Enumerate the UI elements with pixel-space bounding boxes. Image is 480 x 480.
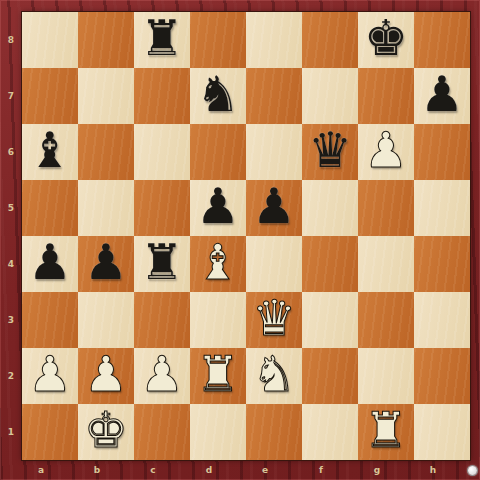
square-c6[interactable] bbox=[134, 124, 190, 180]
white-rook-d2[interactable]: ♜ bbox=[196, 347, 240, 403]
white-pawn-b2[interactable]: ♟ bbox=[84, 347, 128, 403]
square-a6[interactable]: ♝ bbox=[22, 124, 78, 180]
rank-label-6: 6 bbox=[0, 124, 22, 180]
white-pawn-g6[interactable]: ♟ bbox=[364, 123, 408, 179]
square-b6[interactable] bbox=[78, 124, 134, 180]
square-c8[interactable]: ♜ bbox=[134, 12, 190, 68]
square-b8[interactable] bbox=[78, 12, 134, 68]
square-d4[interactable]: ♝ bbox=[190, 236, 246, 292]
white-bishop-d4[interactable]: ♝ bbox=[196, 235, 240, 291]
square-b4[interactable]: ♟ bbox=[78, 236, 134, 292]
square-e1[interactable] bbox=[246, 404, 302, 460]
black-rook-c8[interactable]: ♜ bbox=[140, 11, 184, 67]
square-e2[interactable]: ♞ bbox=[246, 348, 302, 404]
white-queen-e3[interactable]: ♛ bbox=[252, 291, 296, 347]
square-g8[interactable]: ♚ bbox=[358, 12, 414, 68]
square-f3[interactable] bbox=[302, 292, 358, 348]
square-f2[interactable] bbox=[302, 348, 358, 404]
square-e7[interactable] bbox=[246, 68, 302, 124]
rank-label-3: 3 bbox=[0, 292, 22, 348]
rank-label-5: 5 bbox=[0, 180, 22, 236]
square-g7[interactable] bbox=[358, 68, 414, 124]
square-g2[interactable] bbox=[358, 348, 414, 404]
square-b7[interactable] bbox=[78, 68, 134, 124]
black-pawn-h7[interactable]: ♟ bbox=[420, 67, 464, 123]
black-bishop-a6[interactable]: ♝ bbox=[28, 123, 72, 179]
square-g1[interactable]: ♜ bbox=[358, 404, 414, 460]
square-h6[interactable] bbox=[414, 124, 470, 180]
square-f4[interactable] bbox=[302, 236, 358, 292]
square-h7[interactable]: ♟ bbox=[414, 68, 470, 124]
square-c2[interactable]: ♟ bbox=[134, 348, 190, 404]
black-knight-d7[interactable]: ♞ bbox=[196, 67, 240, 123]
square-c7[interactable] bbox=[134, 68, 190, 124]
square-g5[interactable] bbox=[358, 180, 414, 236]
file-label-b: b bbox=[78, 460, 134, 480]
square-c5[interactable] bbox=[134, 180, 190, 236]
square-c4[interactable]: ♜ bbox=[134, 236, 190, 292]
black-queen-f6[interactable]: ♛ bbox=[308, 123, 352, 179]
chess-board-app: 87654321 ♜♚♞♟♝♛♟♟♟♟♟♜♝♛♟♟♟♜♞♚♜ abcdefgh bbox=[0, 0, 480, 480]
square-h1[interactable] bbox=[414, 404, 470, 460]
black-pawn-d5[interactable]: ♟ bbox=[196, 179, 240, 235]
square-e8[interactable] bbox=[246, 12, 302, 68]
square-b5[interactable] bbox=[78, 180, 134, 236]
file-label-a: a bbox=[22, 460, 78, 480]
square-a3[interactable] bbox=[22, 292, 78, 348]
square-h8[interactable] bbox=[414, 12, 470, 68]
black-pawn-a4[interactable]: ♟ bbox=[28, 235, 72, 291]
square-d1[interactable] bbox=[190, 404, 246, 460]
file-label-e: e bbox=[246, 460, 302, 480]
white-pawn-c2[interactable]: ♟ bbox=[140, 347, 184, 403]
file-labels: abcdefgh bbox=[22, 460, 470, 480]
square-h4[interactable] bbox=[414, 236, 470, 292]
square-d2[interactable]: ♜ bbox=[190, 348, 246, 404]
square-b2[interactable]: ♟ bbox=[78, 348, 134, 404]
square-b1[interactable]: ♚ bbox=[78, 404, 134, 460]
square-d5[interactable]: ♟ bbox=[190, 180, 246, 236]
square-c1[interactable] bbox=[134, 404, 190, 460]
square-d7[interactable]: ♞ bbox=[190, 68, 246, 124]
square-d3[interactable] bbox=[190, 292, 246, 348]
rank-label-2: 2 bbox=[0, 348, 22, 404]
square-a2[interactable]: ♟ bbox=[22, 348, 78, 404]
square-h3[interactable] bbox=[414, 292, 470, 348]
square-b3[interactable] bbox=[78, 292, 134, 348]
file-label-h: h bbox=[414, 460, 470, 480]
rank-labels: 87654321 bbox=[0, 12, 22, 460]
square-e4[interactable] bbox=[246, 236, 302, 292]
square-a5[interactable] bbox=[22, 180, 78, 236]
square-h5[interactable] bbox=[414, 180, 470, 236]
white-to-move-indicator bbox=[468, 466, 477, 475]
square-e5[interactable]: ♟ bbox=[246, 180, 302, 236]
square-e6[interactable] bbox=[246, 124, 302, 180]
square-a4[interactable]: ♟ bbox=[22, 236, 78, 292]
square-a8[interactable] bbox=[22, 12, 78, 68]
square-g3[interactable] bbox=[358, 292, 414, 348]
black-pawn-b4[interactable]: ♟ bbox=[84, 235, 128, 291]
file-label-g: g bbox=[358, 460, 414, 480]
square-c3[interactable] bbox=[134, 292, 190, 348]
square-a7[interactable] bbox=[22, 68, 78, 124]
square-f1[interactable] bbox=[302, 404, 358, 460]
square-h2[interactable] bbox=[414, 348, 470, 404]
square-a1[interactable] bbox=[22, 404, 78, 460]
square-g4[interactable] bbox=[358, 236, 414, 292]
square-d8[interactable] bbox=[190, 12, 246, 68]
file-label-c: c bbox=[134, 460, 190, 480]
white-knight-e2[interactable]: ♞ bbox=[252, 347, 296, 403]
square-f6[interactable]: ♛ bbox=[302, 124, 358, 180]
black-rook-c4[interactable]: ♜ bbox=[140, 235, 184, 291]
white-rook-g1[interactable]: ♜ bbox=[364, 403, 408, 459]
black-pawn-e5[interactable]: ♟ bbox=[252, 179, 296, 235]
file-label-d: d bbox=[190, 460, 246, 480]
square-f8[interactable] bbox=[302, 12, 358, 68]
square-d6[interactable] bbox=[190, 124, 246, 180]
square-e3[interactable]: ♛ bbox=[246, 292, 302, 348]
rank-label-4: 4 bbox=[0, 236, 22, 292]
square-g6[interactable]: ♟ bbox=[358, 124, 414, 180]
black-king-g8[interactable]: ♚ bbox=[364, 11, 408, 67]
file-label-f: f bbox=[302, 460, 358, 480]
rank-label-1: 1 bbox=[0, 404, 22, 460]
chess-board: ♜♚♞♟♝♛♟♟♟♟♟♜♝♛♟♟♟♜♞♚♜ bbox=[22, 12, 470, 460]
square-f7[interactable] bbox=[302, 68, 358, 124]
white-pawn-a2[interactable]: ♟ bbox=[28, 347, 72, 403]
white-king-b1[interactable]: ♚ bbox=[84, 403, 128, 459]
rank-label-8: 8 bbox=[0, 12, 22, 68]
square-f5[interactable] bbox=[302, 180, 358, 236]
rank-label-7: 7 bbox=[0, 68, 22, 124]
